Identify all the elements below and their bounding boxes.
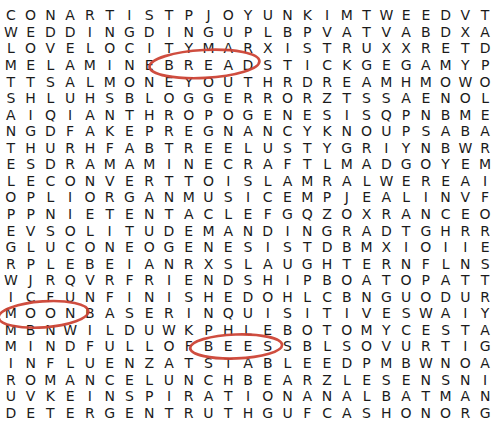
grid-cell-r25c3: T (41, 404, 61, 421)
grid-cell-r15c21: I (396, 239, 416, 256)
grid-cell-r19c8: E (139, 305, 159, 322)
grid-cell-r3c21: X (396, 40, 416, 57)
grid-cell-r24c25: N (475, 388, 495, 405)
grid-cell-r19c18: I (337, 305, 357, 322)
grid-cell-r3c11: M (199, 40, 219, 57)
grid-cell-r16c1: R (1, 255, 21, 272)
grid-cell-r17c5: V (80, 272, 100, 289)
grid-cell-r15c12: E (218, 239, 238, 256)
grid-cell-r11c20: W (376, 173, 396, 190)
grid-cell-r11c19: L (357, 173, 377, 190)
grid-cell-r1c18: M (337, 7, 357, 24)
grid-cell-r14c9: D (159, 222, 179, 239)
grid-cell-r10c24: E (455, 156, 475, 173)
grid-cell-r23c8: L (139, 371, 159, 388)
grid-cell-r3c14: X (258, 40, 278, 57)
grid-cell-r19c23: A (436, 305, 456, 322)
grid-cell-r13c22: N (416, 206, 436, 223)
grid-cell-r15c3: U (41, 239, 61, 256)
grid-cell-r5c11: O (199, 73, 219, 90)
grid-cell-r14c13: N (238, 222, 258, 239)
grid-cell-r17c3: R (41, 272, 61, 289)
grid-cell-r4c9: B (159, 57, 179, 74)
grid-cell-r7c23: B (436, 106, 456, 123)
grid-cell-r9c7: A (120, 139, 140, 156)
grid-cell-r11c7: E (120, 173, 140, 190)
letter-grid: CONARTISTPJOYUNKIMTWEEDVTWEDDINGDINGUPLB… (1, 7, 495, 421)
grid-cell-r5c12: U (218, 73, 238, 90)
grid-cell-r2c22: B (416, 24, 436, 41)
grid-cell-r16c7: I (120, 255, 140, 272)
grid-cell-r11c17: R (317, 173, 337, 190)
grid-cell-r13c17: Z (317, 206, 337, 223)
grid-cell-r14c22: G (416, 222, 436, 239)
grid-cell-r19c20: E (376, 305, 396, 322)
grid-cell-r9c13: L (238, 139, 258, 156)
grid-cell-r8c16: Y (297, 123, 317, 140)
grid-cell-r14c21: T (396, 222, 416, 239)
grid-cell-r25c4: E (60, 404, 80, 421)
grid-cell-r23c12: H (218, 371, 238, 388)
grid-cell-r14c6: I (100, 222, 120, 239)
grid-cell-r6c4: U (60, 90, 80, 107)
grid-cell-r23c5: N (80, 371, 100, 388)
grid-cell-r22c5: U (80, 355, 100, 372)
grid-cell-r23c6: C (100, 371, 120, 388)
grid-cell-r20c2: B (21, 322, 41, 339)
grid-cell-r8c1: N (1, 123, 21, 140)
grid-cell-r8c6: K (100, 123, 120, 140)
grid-cell-r13c3: N (41, 206, 61, 223)
grid-cell-r11c12: I (218, 173, 238, 190)
grid-cell-r15c24: I (455, 239, 475, 256)
grid-cell-r10c23: Y (436, 156, 456, 173)
grid-cell-r19c21: S (396, 305, 416, 322)
grid-cell-r18c25: R (475, 289, 495, 306)
grid-cell-r25c1: D (1, 404, 21, 421)
grid-cell-r21c13: E (238, 338, 258, 355)
grid-cell-r7c5: A (80, 106, 100, 123)
grid-cell-r13c21: A (396, 206, 416, 223)
grid-cell-r9c6: F (100, 139, 120, 156)
grid-cell-r25c13: H (238, 404, 258, 421)
grid-cell-r3c1: L (1, 40, 21, 57)
grid-cell-r17c25: T (475, 272, 495, 289)
grid-cell-r9c15: S (278, 139, 298, 156)
grid-cell-r22c12: T (218, 355, 238, 372)
grid-cell-r22c13: A (238, 355, 258, 372)
grid-cell-r18c15: H (278, 289, 298, 306)
grid-cell-r18c20: G (376, 289, 396, 306)
grid-cell-r5c6: M (100, 73, 120, 90)
grid-cell-r10c3: D (41, 156, 61, 173)
grid-cell-r2c3: D (41, 24, 61, 41)
grid-cell-r4c15: T (278, 57, 298, 74)
grid-cell-r25c24: R (455, 404, 475, 421)
grid-cell-r12c13: I (238, 189, 258, 206)
grid-cell-r8c3: D (41, 123, 61, 140)
grid-cell-r11c16: M (297, 173, 317, 190)
grid-cell-r4c22: A (416, 57, 436, 74)
grid-cell-r21c9: O (159, 338, 179, 355)
grid-cell-r22c11: S (199, 355, 219, 372)
grid-cell-r11c6: V (100, 173, 120, 190)
grid-cell-r17c23: A (436, 272, 456, 289)
grid-cell-r2c2: E (21, 24, 41, 41)
grid-cell-r21c25: G (475, 338, 495, 355)
grid-cell-r9c25: R (475, 139, 495, 156)
grid-cell-r22c10: T (179, 355, 199, 372)
grid-cell-r17c11: N (199, 272, 219, 289)
grid-cell-r24c16: A (297, 388, 317, 405)
grid-cell-r15c13: S (238, 239, 258, 256)
grid-cell-r11c3: C (41, 173, 61, 190)
grid-cell-r24c18: A (337, 388, 357, 405)
grid-cell-r15c1: G (1, 239, 21, 256)
grid-cell-r2c11: G (199, 24, 219, 41)
grid-cell-r23c16: R (297, 371, 317, 388)
grid-cell-r25c5: R (80, 404, 100, 421)
grid-cell-r12c4: I (60, 189, 80, 206)
grid-cell-r8c25: A (475, 123, 495, 140)
grid-cell-r21c5: F (80, 338, 100, 355)
grid-cell-r2c6: N (100, 24, 120, 41)
grid-cell-r10c11: E (199, 156, 219, 173)
grid-cell-r3c2: O (21, 40, 41, 57)
grid-cell-r12c1: O (1, 189, 21, 206)
grid-cell-r1c8: S (139, 7, 159, 24)
grid-cell-r2c14: L (258, 24, 278, 41)
grid-cell-r15c7: E (120, 239, 140, 256)
grid-cell-r19c1: M (1, 305, 21, 322)
grid-cell-r22c24: O (455, 355, 475, 372)
grid-cell-r17c24: T (455, 272, 475, 289)
grid-cell-r18c16: L (297, 289, 317, 306)
grid-cell-r14c8: U (139, 222, 159, 239)
grid-cell-r19c22: W (416, 305, 436, 322)
grid-cell-r6c7: B (120, 90, 140, 107)
grid-cell-r17c1: W (1, 272, 21, 289)
grid-cell-r16c14: A (258, 255, 278, 272)
grid-cell-r4c10: R (179, 57, 199, 74)
grid-cell-r4c4: A (60, 57, 80, 74)
grid-cell-r5c14: H (258, 73, 278, 90)
grid-cell-r13c9: T (159, 206, 179, 223)
grid-cell-r20c4: W (60, 322, 80, 339)
grid-cell-r11c15: A (278, 173, 298, 190)
grid-cell-r19c12: Q (218, 305, 238, 322)
grid-cell-r4c2: E (21, 57, 41, 74)
grid-cell-r6c1: S (1, 90, 21, 107)
grid-cell-r17c8: R (139, 272, 159, 289)
grid-cell-r24c9: I (159, 388, 179, 405)
grid-cell-r10c7: A (120, 156, 140, 173)
grid-cell-r6c25: L (475, 90, 495, 107)
grid-cell-r25c10: R (179, 404, 199, 421)
grid-cell-r6c24: O (455, 90, 475, 107)
grid-cell-r16c18: T (337, 255, 357, 272)
grid-cell-r14c3: S (41, 222, 61, 239)
grid-cell-r13c10: A (179, 206, 199, 223)
grid-cell-r7c9: R (159, 106, 179, 123)
grid-cell-r8c11: G (199, 123, 219, 140)
grid-cell-r2c24: X (455, 24, 475, 41)
grid-cell-r25c23: O (436, 404, 456, 421)
grid-cell-r4c14: S (258, 57, 278, 74)
grid-cell-r13c24: E (455, 206, 475, 223)
grid-cell-r12c16: M (297, 189, 317, 206)
grid-cell-r18c22: O (416, 289, 436, 306)
grid-cell-r21c1: M (1, 338, 21, 355)
grid-cell-r12c24: V (455, 189, 475, 206)
grid-cell-r7c8: H (139, 106, 159, 123)
grid-cell-r7c19: S (357, 106, 377, 123)
grid-cell-r1c15: N (278, 7, 298, 24)
grid-cell-r4c6: I (100, 57, 120, 74)
grid-cell-r13c14: F (258, 206, 278, 223)
grid-cell-r6c12: E (218, 90, 238, 107)
grid-cell-r9c16: T (297, 139, 317, 156)
grid-cell-r12c22: I (416, 189, 436, 206)
grid-cell-r11c9: T (159, 173, 179, 190)
grid-cell-r1c22: E (416, 7, 436, 24)
grid-cell-r9c24: W (455, 139, 475, 156)
grid-cell-r14c25: R (475, 222, 495, 239)
grid-cell-r9c14: U (258, 139, 278, 156)
grid-cell-r25c18: A (337, 404, 357, 421)
grid-cell-r5c13: T (238, 73, 258, 90)
grid-cell-r10c15: F (278, 156, 298, 173)
grid-cell-r18c8: N (139, 289, 159, 306)
grid-cell-r20c9: W (159, 322, 179, 339)
grid-cell-r15c2: L (21, 239, 41, 256)
grid-cell-r5c15: R (278, 73, 298, 90)
grid-cell-r4c16: I (297, 57, 317, 74)
grid-cell-r19c15: S (278, 305, 298, 322)
grid-cell-r6c10: G (179, 90, 199, 107)
grid-cell-r5c23: O (436, 73, 456, 90)
grid-cell-r1c14: U (258, 7, 278, 24)
grid-cell-r13c7: E (120, 206, 140, 223)
grid-cell-r2c4: D (60, 24, 80, 41)
grid-cell-r6c2: H (21, 90, 41, 107)
grid-cell-r6c14: R (258, 90, 278, 107)
grid-cell-r10c9: I (159, 156, 179, 173)
grid-cell-r15c17: D (317, 239, 337, 256)
grid-cell-r7c20: Q (376, 106, 396, 123)
grid-cell-r10c17: L (317, 156, 337, 173)
grid-cell-r8c7: E (120, 123, 140, 140)
grid-cell-r5c18: E (337, 73, 357, 90)
grid-cell-r23c14: E (258, 371, 278, 388)
grid-cell-r21c24: I (455, 338, 475, 355)
grid-cell-r18c21: U (396, 289, 416, 306)
grid-cell-r9c4: R (60, 139, 80, 156)
grid-cell-r1c25: T (475, 7, 495, 24)
grid-cell-r17c2: J (21, 272, 41, 289)
grid-cell-r6c6: S (100, 90, 120, 107)
grid-cell-r1c11: J (199, 7, 219, 24)
grid-cell-r15c20: X (376, 239, 396, 256)
grid-cell-r2c17: V (317, 24, 337, 41)
grid-cell-r15c5: O (80, 239, 100, 256)
grid-cell-r10c1: E (1, 156, 21, 173)
grid-cell-r3c23: E (436, 40, 456, 57)
grid-cell-r17c13: S (238, 272, 258, 289)
grid-cell-r13c2: P (21, 206, 41, 223)
grid-cell-r24c10: R (179, 388, 199, 405)
grid-cell-r21c8: L (139, 338, 159, 355)
grid-cell-r10c8: M (139, 156, 159, 173)
grid-cell-r3c18: R (337, 40, 357, 57)
grid-cell-r5c20: M (376, 73, 396, 90)
grid-cell-r9c5: H (80, 139, 100, 156)
grid-cell-r1c12: O (218, 7, 238, 24)
grid-cell-r10c4: R (60, 156, 80, 173)
grid-cell-r24c5: I (80, 388, 100, 405)
grid-cell-r14c4: O (60, 222, 80, 239)
grid-cell-r14c14: D (258, 222, 278, 239)
grid-cell-r6c22: E (416, 90, 436, 107)
grid-cell-r2c8: D (139, 24, 159, 41)
grid-cell-r19c10: I (179, 305, 199, 322)
grid-cell-r6c3: L (41, 90, 61, 107)
grid-cell-r7c2: I (21, 106, 41, 123)
grid-cell-r12c3: L (41, 189, 61, 206)
grid-cell-r8c24: B (455, 123, 475, 140)
grid-cell-r17c22: P (416, 272, 436, 289)
grid-cell-r4c8: E (139, 57, 159, 74)
grid-cell-r19c11: N (199, 305, 219, 322)
grid-cell-r12c23: N (436, 189, 456, 206)
grid-cell-r16c8: A (139, 255, 159, 272)
grid-cell-r3c9: T (159, 40, 179, 57)
grid-cell-r15c18: B (337, 239, 357, 256)
grid-cell-r12c5: O (80, 189, 100, 206)
grid-cell-r1c20: W (376, 7, 396, 24)
grid-cell-r4c24: Y (455, 57, 475, 74)
grid-cell-r6c21: A (396, 90, 416, 107)
grid-cell-r6c13: R (238, 90, 258, 107)
grid-cell-r13c1: P (1, 206, 21, 223)
grid-cell-r20c25: A (475, 322, 495, 339)
grid-cell-r5c8: N (139, 73, 159, 90)
grid-cell-r2c16: P (297, 24, 317, 41)
grid-cell-r13c8: N (139, 206, 159, 223)
grid-cell-r3c5: L (80, 40, 100, 57)
grid-cell-r23c11: C (199, 371, 219, 388)
grid-cell-r8c12: N (218, 123, 238, 140)
grid-cell-r1c9: T (159, 7, 179, 24)
grid-cell-r18c6: F (100, 289, 120, 306)
grid-cell-r14c19: A (357, 222, 377, 239)
grid-cell-r10c16: T (297, 156, 317, 173)
grid-cell-r23c17: Z (317, 371, 337, 388)
grid-cell-r1c7: I (120, 7, 140, 24)
grid-cell-r11c21: E (396, 173, 416, 190)
grid-cell-r21c4: D (60, 338, 80, 355)
grid-cell-r25c9: T (159, 404, 179, 421)
grid-cell-r4c12: A (218, 57, 238, 74)
grid-cell-r24c6: N (100, 388, 120, 405)
grid-cell-r2c10: N (179, 24, 199, 41)
grid-cell-r8c4: F (60, 123, 80, 140)
grid-cell-r20c15: B (278, 322, 298, 339)
grid-cell-r8c2: G (21, 123, 41, 140)
grid-cell-r20c16: O (297, 322, 317, 339)
grid-cell-r10c19: A (357, 156, 377, 173)
grid-cell-r24c11: A (199, 388, 219, 405)
grid-cell-r18c3: F (41, 289, 61, 306)
grid-cell-r11c5: N (80, 173, 100, 190)
grid-cell-r22c22: W (416, 355, 436, 372)
grid-cell-r8c17: K (317, 123, 337, 140)
grid-cell-r21c20: V (376, 338, 396, 355)
grid-cell-r11c25: I (475, 173, 495, 190)
grid-cell-r11c18: A (337, 173, 357, 190)
grid-cell-r4c11: E (199, 57, 219, 74)
grid-cell-r2c19: T (357, 24, 377, 41)
grid-cell-r17c19: A (357, 272, 377, 289)
grid-cell-r25c20: H (376, 404, 396, 421)
grid-cell-r23c1: R (1, 371, 21, 388)
grid-cell-r5c22: M (416, 73, 436, 90)
grid-cell-r3c16: S (297, 40, 317, 57)
grid-cell-r20c8: U (139, 322, 159, 339)
grid-cell-r8c15: C (278, 123, 298, 140)
grid-cell-r11c11: O (199, 173, 219, 190)
grid-cell-r18c1: I (1, 289, 21, 306)
grid-cell-r4c18: K (337, 57, 357, 74)
grid-cell-r17c14: H (258, 272, 278, 289)
grid-cell-r15c16: T (297, 239, 317, 256)
grid-cell-r25c14: G (258, 404, 278, 421)
grid-cell-r14c7: T (120, 222, 140, 239)
grid-cell-r10c25: M (475, 156, 495, 173)
grid-cell-r4c23: M (436, 57, 456, 74)
grid-cell-r7c14: E (258, 106, 278, 123)
grid-cell-r10c2: S (21, 156, 41, 173)
grid-cell-r8c19: O (357, 123, 377, 140)
grid-cell-r10c22: O (416, 156, 436, 173)
grid-cell-r20c6: L (100, 322, 120, 339)
grid-cell-r16c19: E (357, 255, 377, 272)
grid-cell-r23c10: N (179, 371, 199, 388)
grid-cell-r10c5: A (80, 156, 100, 173)
grid-cell-r16c13: L (238, 255, 258, 272)
grid-cell-r10c12: C (218, 156, 238, 173)
grid-cell-r20c13: L (238, 322, 258, 339)
grid-cell-r13c25: O (475, 206, 495, 223)
grid-cell-r24c3: K (41, 388, 61, 405)
grid-cell-r25c15: U (278, 404, 298, 421)
grid-cell-r15c25: E (475, 239, 495, 256)
grid-cell-r9c1: T (1, 139, 21, 156)
grid-cell-r1c23: D (436, 7, 456, 24)
grid-cell-r23c25: I (475, 371, 495, 388)
grid-cell-r17c21: O (396, 272, 416, 289)
grid-cell-r15c14: I (258, 239, 278, 256)
grid-cell-r17c12: D (218, 272, 238, 289)
grid-cell-r9c2: H (21, 139, 41, 156)
grid-cell-r4c5: M (80, 57, 100, 74)
grid-cell-r25c22: N (416, 404, 436, 421)
grid-cell-r20c3: N (41, 322, 61, 339)
grid-cell-r7c1: A (1, 106, 21, 123)
grid-cell-r23c15: A (278, 371, 298, 388)
grid-cell-r18c10: S (179, 289, 199, 306)
grid-cell-r2c21: A (396, 24, 416, 41)
